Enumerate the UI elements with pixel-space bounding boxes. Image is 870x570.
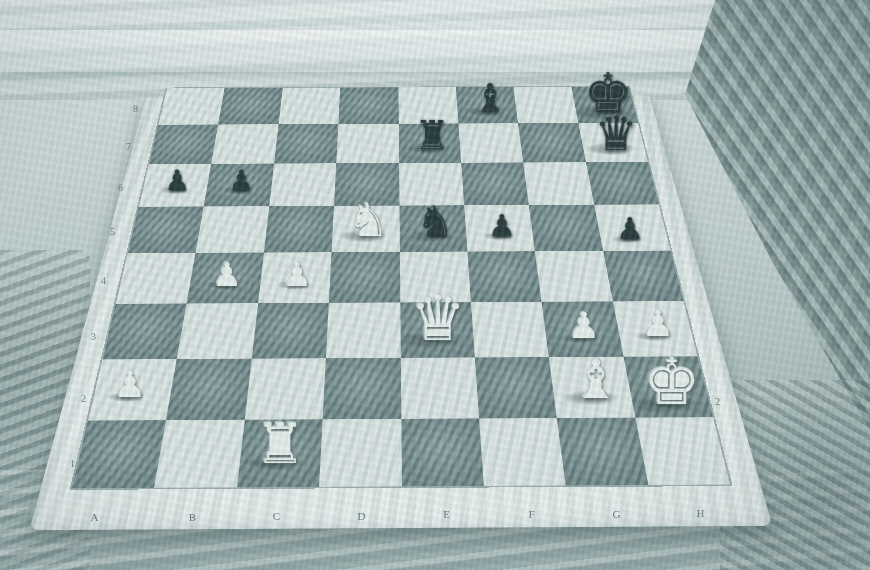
square-g6[interactable] (523, 162, 593, 205)
square-f7[interactable] (458, 123, 523, 162)
square-e2[interactable] (400, 357, 479, 418)
square-c8[interactable] (278, 88, 340, 125)
square-b2[interactable] (166, 359, 251, 421)
square-f3[interactable] (471, 302, 549, 358)
piece-white-pawn-c4[interactable]: ♟ (282, 258, 312, 291)
piece-white-king-h2[interactable]: ♚ (643, 350, 700, 414)
square-c6[interactable] (269, 163, 336, 206)
square-a7[interactable] (149, 124, 218, 164)
square-d8[interactable] (338, 87, 398, 124)
piece-white-rook-c1[interactable]: ♜ (255, 416, 305, 472)
square-c5[interactable] (264, 206, 334, 253)
square-h1[interactable] (635, 417, 730, 485)
square-g7[interactable] (518, 123, 585, 162)
piece-black-pawn-b6[interactable]: ♟ (228, 167, 253, 195)
square-f1[interactable] (479, 418, 566, 486)
square-d4[interactable] (329, 252, 400, 303)
square-d3[interactable] (326, 302, 400, 358)
square-h4[interactable] (603, 251, 684, 302)
piece-black-pawn-a6[interactable]: ♟ (164, 167, 189, 195)
square-d7[interactable] (336, 124, 398, 164)
square-d2[interactable] (323, 358, 401, 419)
square-f6[interactable] (461, 162, 529, 205)
piece-black-pawn-h5[interactable]: ♟ (617, 214, 644, 244)
piece-white-pawn-h3[interactable]: ♟ (642, 306, 674, 342)
piece-black-queen-h7[interactable]: ♛ (594, 109, 637, 157)
square-g8[interactable] (513, 87, 578, 124)
square-b1[interactable] (154, 420, 244, 488)
square-g4[interactable] (535, 251, 612, 302)
piece-black-knight-e5[interactable]: ♞ (416, 201, 454, 243)
square-a1[interactable] (72, 420, 166, 488)
square-a8[interactable] (158, 88, 224, 125)
piece-white-pawn-a2[interactable]: ♟ (114, 367, 146, 403)
square-g1[interactable] (557, 418, 648, 486)
square-b5[interactable] (196, 206, 269, 253)
piece-white-knight-d5[interactable]: ♞ (347, 197, 388, 243)
square-h6[interactable] (586, 162, 659, 205)
square-g5[interactable] (529, 205, 603, 252)
square-c7[interactable] (274, 124, 339, 164)
square-f2[interactable] (475, 357, 557, 418)
square-c3[interactable] (252, 303, 329, 359)
piece-black-rook-e7[interactable]: ♜ (414, 115, 450, 155)
square-b7[interactable] (211, 124, 278, 164)
square-b8[interactable] (218, 88, 282, 125)
artistic-chess-photo: { "game": "chess", "scene": { "style": "… (0, 0, 870, 570)
square-b3[interactable] (177, 303, 258, 359)
piece-white-pawn-g3[interactable]: ♟ (568, 308, 600, 344)
square-a3[interactable] (103, 303, 187, 359)
piece-black-pawn-f5[interactable]: ♟ (489, 211, 516, 241)
piece-white-pawn-b4[interactable]: ♟ (212, 258, 242, 291)
square-a4[interactable] (116, 253, 196, 304)
square-e1[interactable] (401, 418, 484, 486)
piece-white-bishop-g2[interactable]: ♝ (572, 353, 620, 407)
square-d1[interactable] (319, 419, 401, 487)
piece-white-queen-e3[interactable]: ♛ (410, 288, 466, 350)
square-f4[interactable] (467, 251, 541, 302)
square-a5[interactable] (128, 206, 204, 253)
piece-black-bishop-f8[interactable]: ♝ (473, 79, 507, 117)
